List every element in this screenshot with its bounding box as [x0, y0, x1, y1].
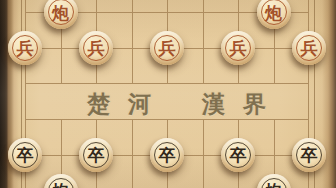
red-soldier[interactable]: 兵: [292, 31, 326, 65]
piece-glyph: 炮: [52, 5, 69, 22]
piece-glyph: 兵: [301, 40, 318, 57]
piece-glyph: 兵: [159, 40, 176, 57]
piece-glyph: 卒: [301, 147, 318, 164]
black-soldier[interactable]: 卒: [221, 138, 255, 172]
red-soldier[interactable]: 兵: [150, 31, 184, 65]
river-label-chu-he: 楚河: [87, 89, 169, 120]
river-label-han-jie: 漢界: [202, 89, 284, 120]
piece-glyph: 兵: [88, 40, 105, 57]
piece-glyph: 炮: [265, 5, 282, 22]
piece-glyph: 卒: [230, 147, 247, 164]
board-cell: [167, 83, 203, 119]
board-cell: [132, 0, 168, 12]
black-soldier[interactable]: 卒: [8, 138, 42, 172]
black-soldier[interactable]: 卒: [79, 138, 113, 172]
black-soldier[interactable]: 卒: [292, 138, 326, 172]
piece-glyph: 兵: [17, 40, 34, 57]
red-soldier[interactable]: 兵: [221, 31, 255, 65]
piece-glyph: 卒: [17, 147, 34, 164]
piece-glyph: 炮: [265, 183, 282, 188]
red-soldier[interactable]: 兵: [79, 31, 113, 65]
xiangqi-board: 楚河 漢界 炮炮兵兵兵兵兵卒卒卒卒炮卒炮: [0, 0, 336, 188]
piece-glyph: 兵: [230, 40, 247, 57]
board-cell: [167, 0, 203, 12]
red-soldier[interactable]: 兵: [8, 31, 42, 65]
black-soldier[interactable]: 卒: [150, 138, 184, 172]
piece-glyph: 卒: [159, 147, 176, 164]
board-cell: [25, 83, 61, 119]
piece-glyph: 卒: [88, 147, 105, 164]
board-cell: [203, 0, 239, 12]
board-cell: [96, 0, 132, 12]
piece-glyph: 炮: [52, 183, 69, 188]
